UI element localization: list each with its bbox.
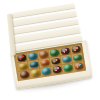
chocolate-beetle [62, 64, 72, 72]
chocolate-beetle [19, 71, 29, 79]
chocolate-beetle [50, 57, 60, 65]
chocolate-beetle [38, 51, 48, 59]
chocolate-beetle [29, 61, 39, 69]
chocolate-beetle [39, 59, 49, 67]
chocolate-beetle [16, 54, 26, 62]
chocolate-beetle [41, 67, 51, 75]
product-photo [0, 0, 100, 100]
chocolate-beetle [49, 49, 59, 57]
tray-compartment [62, 63, 73, 72]
chocolate-beetle [61, 56, 71, 64]
chocolate-beetle [27, 52, 37, 60]
chocolate-beetle [73, 62, 83, 70]
chocolate-beetle [71, 46, 81, 54]
tray-compartment [18, 70, 29, 79]
chocolate-beetle [60, 47, 70, 55]
tray-compartment [40, 67, 51, 76]
tray-compartment [73, 62, 84, 71]
tray-compartment [29, 68, 40, 77]
tray-compartment [51, 65, 62, 74]
chocolate-beetle [72, 54, 82, 62]
chocolate-beetle [52, 66, 62, 74]
chocolate-grid [16, 45, 84, 79]
chocolate-beetle [18, 62, 28, 70]
crate-scene [0, 0, 100, 100]
chocolate-beetle [30, 69, 40, 77]
